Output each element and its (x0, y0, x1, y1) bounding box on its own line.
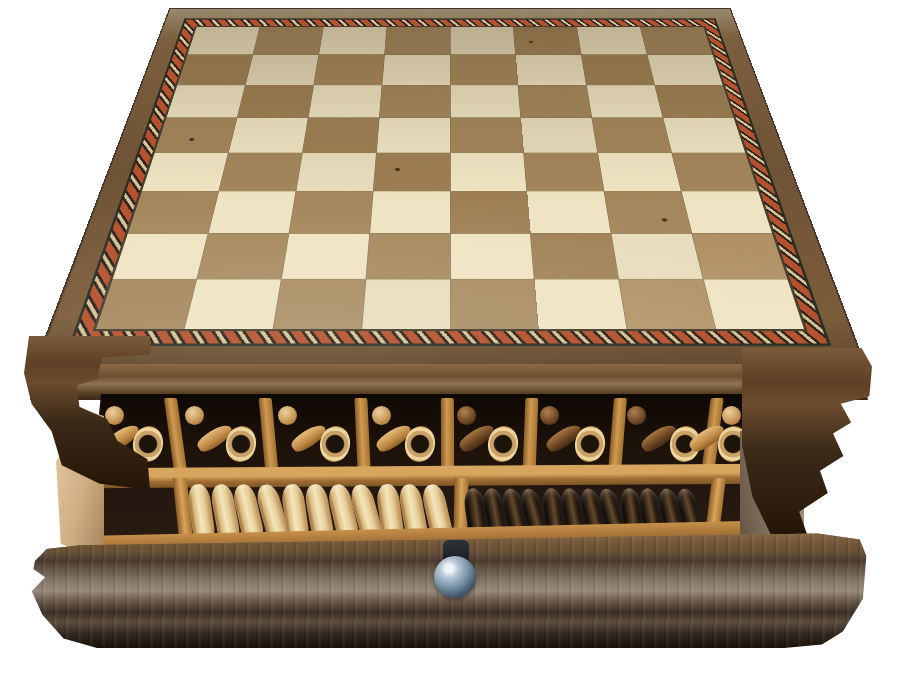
square-c8 (319, 27, 386, 55)
piece-head (372, 406, 391, 425)
drawer-knob (434, 556, 476, 598)
inner-border-line (92, 26, 807, 332)
square-a1 (96, 279, 196, 329)
square-d4 (373, 153, 449, 191)
square-a5 (155, 118, 237, 153)
square-f5 (521, 118, 597, 153)
square-h2 (692, 233, 787, 278)
square-a6 (167, 85, 245, 117)
chess-box-photo (0, 0, 900, 675)
square-h7 (648, 55, 723, 85)
square-g5 (592, 118, 671, 153)
square-a3 (128, 192, 218, 233)
square-c3 (289, 192, 372, 233)
square-a7 (177, 55, 252, 85)
square-e3 (450, 192, 530, 233)
square-g3 (605, 192, 692, 233)
square-d2 (366, 233, 450, 278)
compartment-divider (354, 398, 370, 472)
square-e4 (450, 153, 526, 191)
square-f4 (524, 153, 603, 191)
square-h5 (663, 118, 745, 153)
inlay-border (69, 18, 831, 345)
square-h1 (704, 279, 804, 329)
square-c7 (314, 55, 384, 85)
piece-head (457, 406, 476, 425)
square-b3 (209, 192, 296, 233)
square-h6 (655, 85, 733, 117)
square-a8 (187, 27, 259, 55)
square-f6 (519, 85, 592, 117)
compartment-3-piece (276, 404, 350, 470)
compartment-divider (523, 398, 539, 472)
square-d7 (382, 55, 450, 85)
square-g4 (598, 153, 681, 191)
square-d1 (362, 279, 450, 329)
piece-head (540, 406, 559, 425)
square-c2 (282, 233, 369, 278)
piece-head (722, 406, 741, 425)
square-h8 (641, 27, 713, 55)
piece-head (627, 406, 646, 425)
square-e7 (450, 55, 518, 85)
compartment-4-piece (370, 404, 435, 470)
square-f7 (516, 55, 586, 85)
square-a2 (113, 233, 208, 278)
square-f3 (528, 192, 611, 233)
square-e6 (450, 85, 520, 117)
board-frame (36, 9, 865, 367)
square-a4 (142, 153, 228, 191)
piece-head (278, 406, 297, 425)
square-g1 (619, 279, 715, 329)
square-f8 (514, 27, 581, 55)
square-d5 (376, 118, 449, 153)
case-right-corner (742, 348, 872, 534)
square-f1 (535, 279, 627, 329)
square-d3 (370, 192, 450, 233)
square-e2 (450, 233, 534, 278)
square-b7 (246, 55, 318, 85)
square-c5 (303, 118, 379, 153)
square-b4 (219, 153, 302, 191)
piece-compartments (84, 394, 766, 474)
compartment-6-piece (538, 404, 605, 470)
square-b8 (253, 27, 323, 55)
square-d8 (385, 27, 450, 55)
board-grid (96, 27, 804, 329)
square-g6 (587, 85, 663, 117)
square-d6 (379, 85, 449, 117)
square-b6 (238, 85, 314, 117)
square-b1 (185, 279, 281, 329)
compartment-7-piece (625, 404, 700, 470)
square-f2 (531, 233, 618, 278)
square-c4 (296, 153, 375, 191)
square-g8 (577, 27, 647, 55)
square-b5 (229, 118, 308, 153)
square-g7 (582, 55, 654, 85)
square-e1 (450, 279, 538, 329)
square-g2 (612, 233, 703, 278)
compartment-divider (441, 398, 454, 472)
compartment-2-piece (183, 404, 256, 470)
square-c6 (308, 85, 381, 117)
square-h4 (672, 153, 758, 191)
square-b2 (197, 233, 288, 278)
compartment-5-piece (455, 404, 518, 470)
square-e5 (450, 118, 523, 153)
square-c1 (273, 279, 365, 329)
piece-head (185, 406, 204, 425)
board-surface (33, 8, 867, 368)
square-h3 (682, 192, 772, 233)
square-e8 (450, 27, 515, 55)
